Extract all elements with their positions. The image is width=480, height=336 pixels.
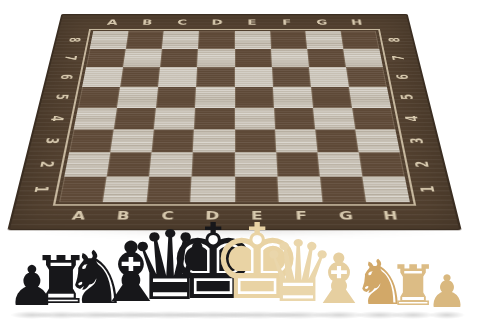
coordinate-label-6: 6 <box>44 67 86 87</box>
square-e4 <box>235 108 275 130</box>
board-squares <box>59 31 410 202</box>
piece-white-bishop: ♝ <box>308 245 370 314</box>
square-f2 <box>276 152 320 176</box>
piece-white-rook: ♜ <box>388 258 438 314</box>
file-labels-bottom: ABCDEFGH <box>54 202 416 230</box>
square-a5 <box>78 87 120 108</box>
square-g8 <box>305 31 343 49</box>
coordinate-label-8: 8 <box>53 31 93 49</box>
square-h2 <box>359 152 405 176</box>
square-g4 <box>313 108 355 130</box>
square-b2 <box>107 152 152 176</box>
square-a4 <box>74 108 117 130</box>
square-e1 <box>235 176 279 202</box>
coordinate-label-D: D <box>189 202 234 230</box>
coordinate-label-6: 6 <box>383 67 425 87</box>
square-d7 <box>197 49 234 68</box>
coordinate-label-F: F <box>278 202 325 230</box>
square-d1 <box>191 176 235 202</box>
coordinate-label-C: C <box>164 14 200 31</box>
square-e5 <box>235 87 274 108</box>
square-g3 <box>315 129 359 152</box>
coordinate-label-8: 8 <box>376 31 416 49</box>
coordinate-label-E: E <box>235 14 270 31</box>
coordinate-label-4: 4 <box>391 107 436 129</box>
square-e2 <box>235 152 278 176</box>
square-a1 <box>59 176 107 202</box>
square-h7 <box>343 49 383 68</box>
coordinate-label-4: 4 <box>33 107 78 129</box>
square-c7 <box>160 49 198 68</box>
piece-white-queen: ♛ <box>260 229 336 314</box>
square-c8 <box>162 31 199 49</box>
coordinate-label-2: 2 <box>400 152 448 177</box>
coordinate-label-C: C <box>144 202 191 230</box>
square-c5 <box>156 87 196 108</box>
square-h4 <box>352 108 395 130</box>
square-b6 <box>120 67 160 87</box>
square-c2 <box>149 152 193 176</box>
piece-black-rook: ♜ <box>31 248 90 314</box>
square-b8 <box>126 31 164 49</box>
coordinate-label-B: B <box>99 202 147 230</box>
square-f4 <box>274 108 315 130</box>
coordinate-label-5: 5 <box>387 87 430 108</box>
square-a7 <box>86 49 126 68</box>
square-b1 <box>103 176 149 202</box>
file-labels-top: ABCDEFGH <box>93 14 376 31</box>
square-h6 <box>346 67 387 87</box>
square-b7 <box>123 49 162 68</box>
square-a3 <box>69 129 114 152</box>
square-d5 <box>195 87 234 108</box>
square-b4 <box>114 108 156 130</box>
piece-black-knight: ♞ <box>63 241 128 314</box>
piece-white-knight: ♞ <box>352 252 408 314</box>
square-e6 <box>235 67 273 87</box>
coordinate-label-E: E <box>235 202 280 230</box>
square-g7 <box>307 49 346 68</box>
square-d4 <box>194 108 234 130</box>
coordinate-label-2: 2 <box>21 152 69 177</box>
coordinate-label-G: G <box>303 14 340 31</box>
square-h3 <box>355 129 400 152</box>
square-g5 <box>311 87 352 108</box>
square-e3 <box>235 129 276 152</box>
chess-set-product-photo: ABCDEFGH ABCDEFGH 87654321 87654321 ♟♜♞♝… <box>0 0 480 336</box>
square-e8 <box>235 31 271 49</box>
square-d8 <box>198 31 234 49</box>
coordinate-label-H: H <box>366 202 415 230</box>
square-f3 <box>275 129 317 152</box>
square-f5 <box>273 87 313 108</box>
square-f1 <box>277 176 322 202</box>
coordinate-label-7: 7 <box>380 49 421 68</box>
square-f7 <box>271 49 309 68</box>
square-g1 <box>320 176 366 202</box>
coordinate-label-G: G <box>322 202 370 230</box>
square-e7 <box>235 49 272 68</box>
coordinate-label-D: D <box>199 14 234 31</box>
square-a8 <box>90 31 129 49</box>
coordinate-label-3: 3 <box>27 129 73 152</box>
square-h1 <box>362 176 410 202</box>
coordinate-label-1: 1 <box>15 176 64 202</box>
square-g2 <box>317 152 362 176</box>
square-g6 <box>309 67 349 87</box>
square-h8 <box>340 31 379 49</box>
square-c6 <box>158 67 197 87</box>
square-c3 <box>152 129 194 152</box>
coordinate-label-7: 7 <box>48 49 89 68</box>
coordinate-label-A: A <box>54 202 103 230</box>
coordinate-label-B: B <box>129 14 166 31</box>
square-d6 <box>196 67 234 87</box>
square-c1 <box>147 176 192 202</box>
square-b5 <box>117 87 158 108</box>
chess-board: ABCDEFGH ABCDEFGH 87654321 87654321 <box>7 14 461 230</box>
square-f8 <box>270 31 307 49</box>
board-frame: ABCDEFGH ABCDEFGH 87654321 87654321 <box>7 14 461 230</box>
coordinate-label-H: H <box>338 14 376 31</box>
square-d2 <box>192 152 235 176</box>
piece-white-pawn: ♟ <box>427 269 467 314</box>
square-f6 <box>272 67 311 87</box>
square-h5 <box>349 87 391 108</box>
square-b3 <box>110 129 154 152</box>
piece-black-bishop: ♝ <box>94 231 168 314</box>
coordinate-label-5: 5 <box>38 87 81 108</box>
square-a2 <box>64 152 110 176</box>
square-c4 <box>154 108 195 130</box>
square-a6 <box>82 67 123 87</box>
coordinate-label-F: F <box>269 14 305 31</box>
piece-black-pawn: ♟ <box>7 259 56 314</box>
square-d3 <box>193 129 234 152</box>
coordinate-label-3: 3 <box>396 129 442 152</box>
coordinate-label-1: 1 <box>405 176 454 202</box>
coordinate-label-A: A <box>93 14 131 31</box>
